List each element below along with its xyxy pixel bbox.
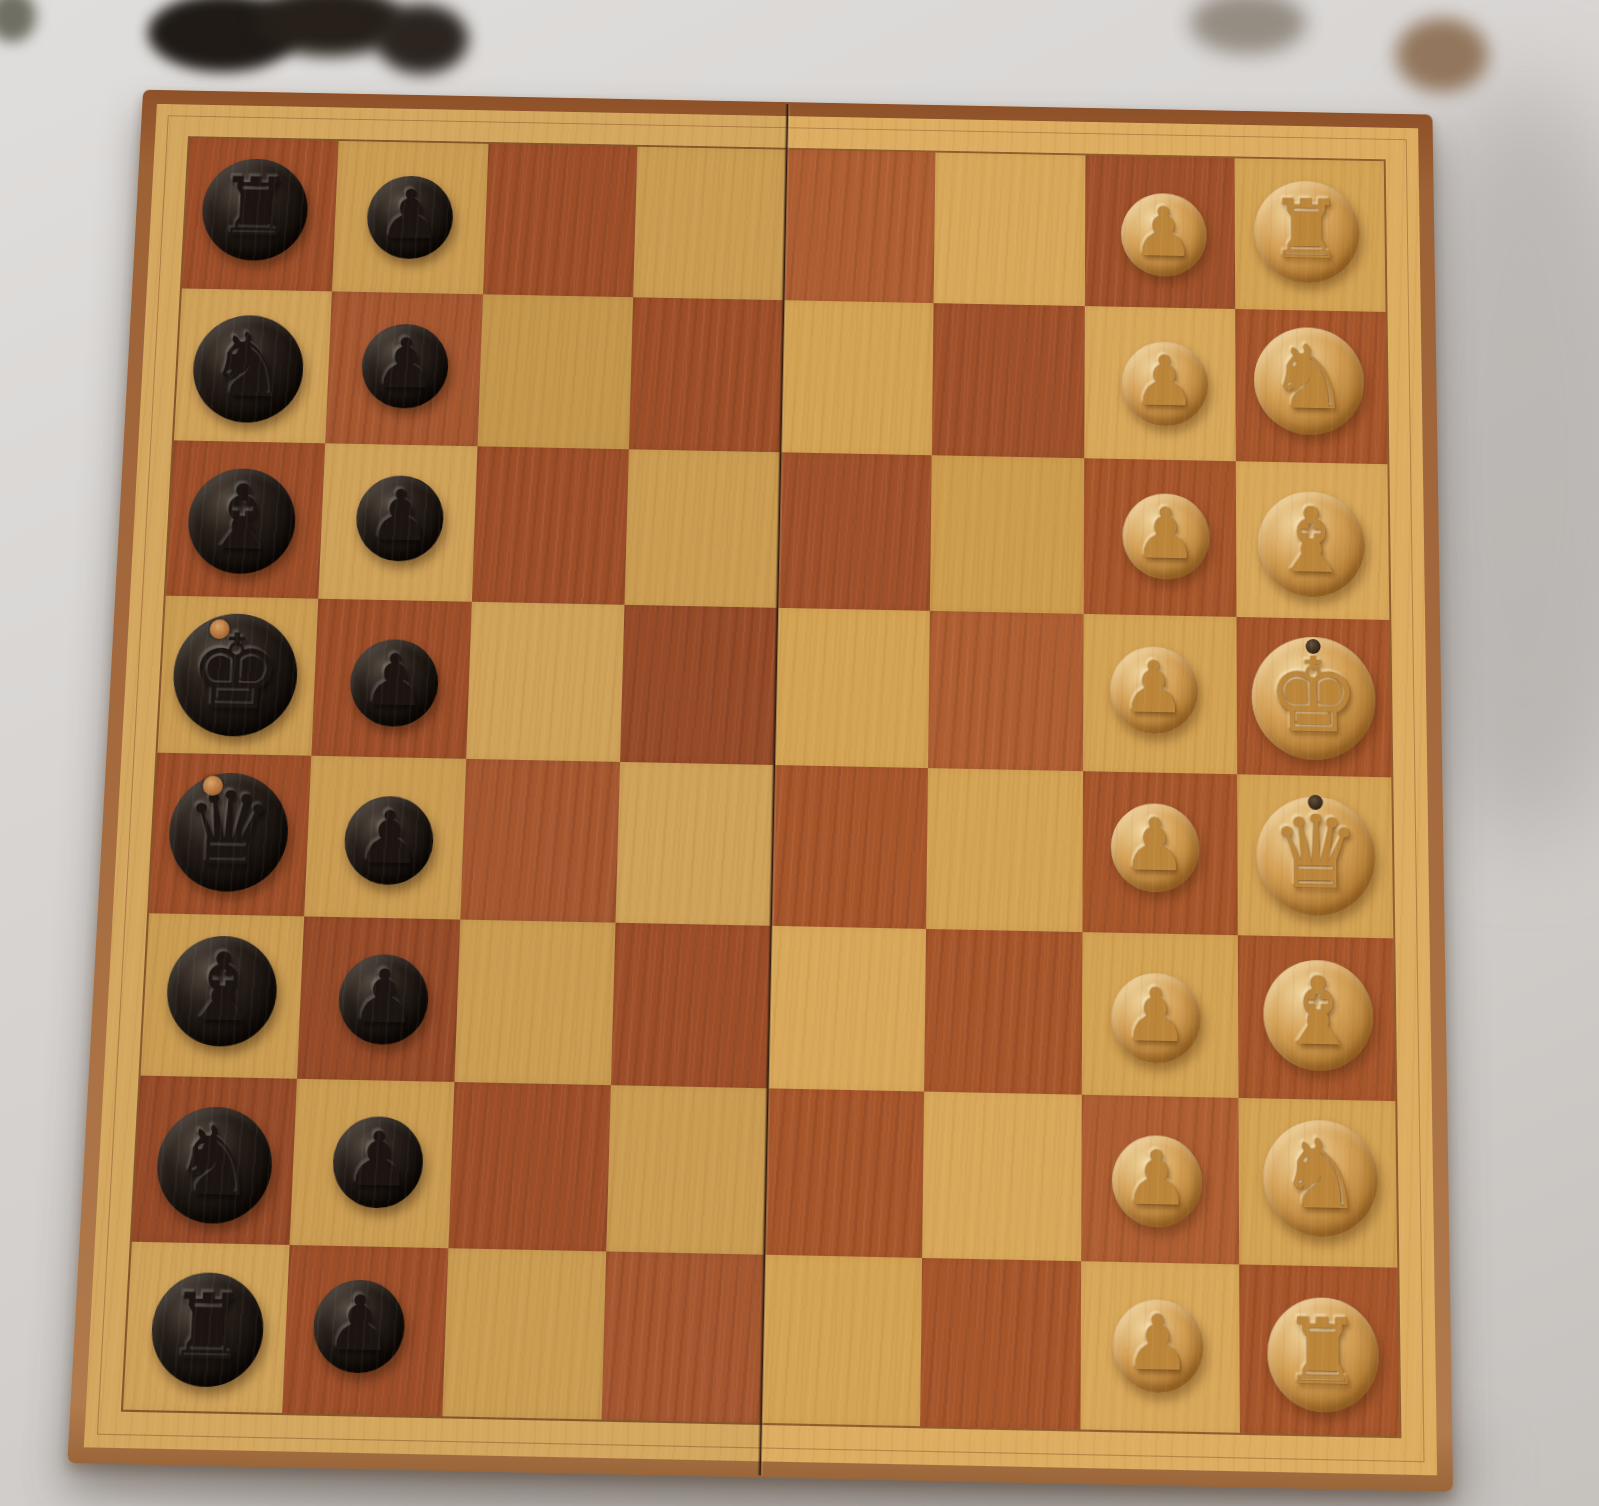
piece-white-pawn-e2: ♟ — [1077, 610, 1231, 771]
square-c3 — [924, 928, 1082, 1094]
square-d2: ♟ — [1082, 771, 1238, 935]
square-a5 — [601, 1251, 764, 1423]
bishop-glyph: ♝ — [178, 941, 266, 1037]
photo-scene: ♜♟♟♜♞♟♟♞♝♟♟♝♚♟♟♚♛♟♟♛♝♟♟♝♞♟♟♞♜♟♟♜ — [0, 0, 1599, 1506]
piece-black-king-e8: ♚ — [155, 595, 316, 756]
piece-black-pawn-g7: ♟ — [327, 289, 484, 444]
square-f2: ♟ — [1083, 458, 1236, 616]
knight-glyph: ♞ — [1268, 334, 1350, 424]
piece-black-queen-d8: ♛ — [147, 751, 309, 914]
piece-white-pawn-a2: ♟ — [1078, 1261, 1238, 1433]
piece-white-pawn-d2: ♟ — [1077, 766, 1233, 929]
pawn-glyph: ♟ — [1123, 978, 1189, 1053]
pawn-glyph: ♟ — [350, 959, 418, 1034]
square-f4 — [777, 452, 932, 610]
piece-black-knight-b8: ♞ — [132, 1081, 297, 1250]
bishop-glyph: ♝ — [1270, 496, 1352, 587]
piece-white-king-e1: ♚ — [1236, 618, 1391, 779]
piece-black-rook-h8: ♜ — [176, 133, 333, 286]
piece-black-pawn-a7: ♟ — [276, 1241, 442, 1413]
square-b8: ♞ — [132, 1076, 297, 1245]
square-g5 — [629, 297, 784, 452]
pawn-glyph: ♟ — [367, 480, 433, 551]
piece-white-pawn-g2: ♟ — [1089, 307, 1241, 463]
piece-white-pawn-f2: ♟ — [1089, 457, 1242, 615]
square-b3 — [922, 1092, 1081, 1261]
knight-glyph: ♞ — [1278, 1126, 1363, 1223]
board-squares: ♜♟♟♜♞♟♟♞♝♟♟♝♚♟♟♚♛♟♟♛♝♟♟♝♞♟♟♞♜♟♟♜ — [123, 138, 1399, 1436]
square-d3 — [926, 768, 1082, 932]
queen-glyph: ♛ — [1270, 802, 1361, 904]
square-a8: ♜ — [123, 1241, 290, 1413]
square-d4 — [771, 765, 928, 928]
blurred-corner-object — [0, 0, 36, 42]
square-h1: ♜ — [1234, 158, 1385, 311]
pawn-glyph: ♟ — [361, 644, 428, 716]
piece-white-knight-g1: ♞ — [1233, 304, 1385, 460]
square-e1: ♚ — [1236, 616, 1391, 777]
piece-black-rook-a8: ♜ — [124, 1244, 291, 1416]
knight-glyph: ♞ — [206, 322, 291, 411]
square-c8: ♝ — [141, 913, 305, 1079]
piece-white-pawn-b2: ♟ — [1078, 1097, 1236, 1266]
square-g3 — [932, 303, 1084, 459]
square-d8: ♛ — [149, 753, 311, 916]
square-b6 — [448, 1082, 611, 1251]
piece-white-knight-b1: ♞ — [1241, 1094, 1400, 1263]
square-e7: ♟ — [312, 598, 472, 759]
blurred-white-pawn-top — [1190, 0, 1306, 54]
rook-glyph: ♜ — [166, 1281, 250, 1373]
chess-board: ♜♟♟♜♞♟♟♞♝♟♟♝♚♟♟♚♛♟♟♛♝♟♟♝♞♟♟♞♜♟♟♜ — [67, 90, 1453, 1492]
square-a2: ♟ — [1080, 1261, 1240, 1433]
piece-white-rook-h1: ♜ — [1231, 155, 1382, 308]
square-e4 — [774, 607, 930, 768]
square-h5 — [633, 147, 786, 300]
rook-glyph: ♜ — [216, 166, 295, 248]
square-a6 — [442, 1248, 606, 1420]
rook-glyph: ♜ — [1283, 1306, 1363, 1399]
square-c5 — [611, 922, 771, 1088]
piece-white-bishop-c1: ♝ — [1240, 933, 1398, 1099]
square-g8: ♞ — [174, 288, 332, 443]
pawn-glyph: ♟ — [325, 1285, 394, 1362]
piece-black-pawn-h7: ♟ — [332, 141, 488, 294]
square-b5 — [606, 1085, 767, 1254]
pawn-glyph: ♟ — [1122, 808, 1187, 882]
pawn-glyph: ♟ — [1121, 651, 1185, 723]
square-f6 — [471, 446, 628, 604]
square-a3 — [920, 1257, 1080, 1429]
king-glyph: ♚ — [187, 620, 285, 724]
piece-white-pawn-h2: ♟ — [1088, 158, 1239, 311]
square-g7: ♟ — [325, 291, 482, 446]
blurred-white-rook-top — [1396, 18, 1488, 92]
square-h2: ♟ — [1084, 155, 1235, 308]
square-f3 — [930, 455, 1084, 613]
king-glyph: ♚ — [1267, 643, 1361, 748]
square-h8: ♜ — [182, 138, 339, 291]
piece-black-knight-g8: ♞ — [169, 292, 327, 447]
square-e3 — [928, 610, 1083, 771]
square-g2: ♟ — [1084, 306, 1236, 462]
square-a7: ♟ — [282, 1244, 448, 1416]
square-c7: ♟ — [297, 916, 460, 1082]
pawn-glyph: ♟ — [1132, 197, 1195, 266]
pawn-glyph: ♟ — [344, 1121, 413, 1197]
square-c6 — [454, 919, 615, 1085]
square-e6 — [466, 601, 625, 762]
piece-white-rook-a1: ♜ — [1243, 1269, 1404, 1441]
square-a4 — [761, 1254, 923, 1426]
square-b7: ♟ — [290, 1079, 454, 1248]
square-h4 — [783, 150, 935, 303]
piece-white-bishop-f1: ♝ — [1235, 465, 1389, 623]
square-f7: ♟ — [319, 443, 477, 601]
piece-black-bishop-c8: ♝ — [140, 909, 304, 1075]
square-e8: ♚ — [158, 595, 319, 756]
square-c2: ♟ — [1081, 932, 1238, 1098]
square-b4 — [764, 1088, 924, 1257]
pawn-glyph: ♟ — [356, 800, 424, 874]
square-d7: ♟ — [304, 756, 465, 919]
square-g1: ♞ — [1235, 309, 1387, 465]
dark-finial-knob — [1305, 639, 1320, 654]
square-h3 — [934, 153, 1085, 306]
square-g4 — [780, 300, 934, 456]
square-d1: ♛ — [1237, 774, 1393, 938]
piece-black-pawn-c7: ♟ — [302, 917, 465, 1083]
square-f1: ♝ — [1236, 461, 1390, 619]
pawn-glyph: ♟ — [1124, 1140, 1190, 1216]
knight-glyph: ♞ — [170, 1113, 259, 1210]
square-e2: ♟ — [1083, 613, 1237, 774]
square-c4 — [767, 925, 926, 1091]
pawn-glyph: ♟ — [1133, 346, 1196, 416]
square-g6 — [477, 294, 633, 449]
square-d5 — [615, 762, 774, 925]
square-h6 — [483, 144, 638, 297]
piece-white-pawn-c2: ♟ — [1077, 936, 1234, 1102]
piece-black-pawn-d7: ♟ — [308, 759, 469, 922]
pawn-glyph: ♟ — [1124, 1304, 1191, 1382]
bishop-glyph: ♝ — [199, 473, 285, 564]
square-h7: ♟ — [332, 141, 488, 294]
queen-glyph: ♛ — [181, 778, 276, 880]
rook-glyph: ♜ — [1269, 188, 1345, 270]
square-e5 — [620, 604, 777, 765]
blurred-black-pawn-top — [376, 4, 468, 74]
square-d6 — [460, 759, 620, 922]
piece-black-bishop-f8: ♝ — [162, 442, 322, 600]
pawn-glyph: ♟ — [378, 180, 443, 249]
bishop-glyph: ♝ — [1276, 965, 1360, 1061]
square-b1: ♞ — [1238, 1098, 1397, 1267]
piece-black-pawn-f7: ♟ — [321, 439, 479, 597]
square-a1: ♜ — [1239, 1264, 1399, 1436]
piece-white-queen-d1: ♛ — [1238, 774, 1394, 938]
board-border: ♜♟♟♜♞♟♟♞♝♟♟♝♚♟♟♚♛♟♟♛♝♟♟♝♞♟♟♞♜♟♟♜ — [84, 104, 1437, 1475]
piece-black-pawn-b7: ♟ — [296, 1078, 460, 1247]
pawn-glyph: ♟ — [1134, 498, 1198, 569]
square-f5 — [624, 449, 780, 607]
square-b2: ♟ — [1081, 1095, 1239, 1264]
square-f8: ♝ — [166, 440, 326, 598]
dark-finial-knob — [1308, 795, 1323, 810]
square-c1: ♝ — [1238, 935, 1396, 1101]
pawn-glyph: ♟ — [372, 329, 438, 399]
piece-black-pawn-e7: ♟ — [314, 603, 474, 764]
